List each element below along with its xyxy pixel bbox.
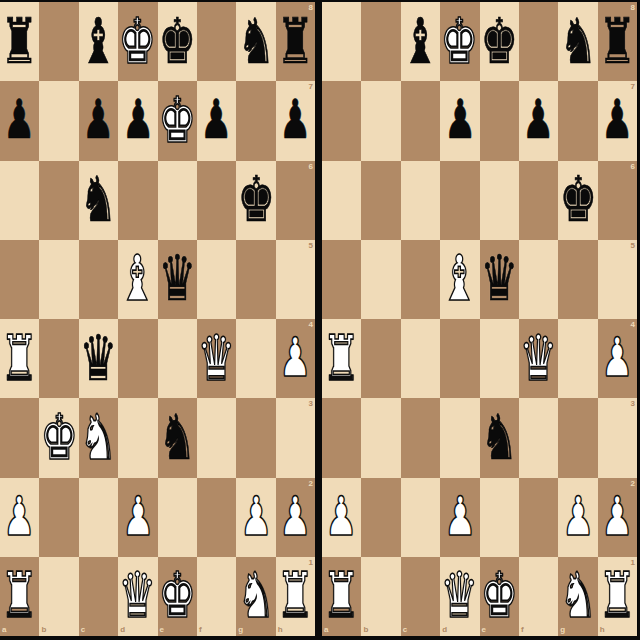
- square-a8[interactable]: [322, 2, 361, 81]
- piece-black-pawn[interactable]: ♟: [122, 93, 154, 147]
- square-d8[interactable]: ♚: [440, 2, 479, 81]
- piece-black-pawn[interactable]: ♟: [200, 93, 232, 147]
- square-f5[interactable]: [519, 240, 558, 319]
- square-g5[interactable]: [236, 240, 275, 319]
- piece-white-rook[interactable]: ♜: [598, 564, 636, 627]
- square-d7[interactable]: ♟: [440, 81, 479, 160]
- square-f5[interactable]: [197, 240, 236, 319]
- square-g8[interactable]: ♞: [558, 2, 597, 81]
- square-f4[interactable]: ♛: [197, 319, 236, 398]
- square-e7[interactable]: [480, 81, 519, 160]
- piece-white-pawn[interactable]: ♟: [122, 489, 154, 543]
- square-c5[interactable]: [79, 240, 118, 319]
- square-e6[interactable]: [480, 161, 519, 240]
- square-h2[interactable]: ♟2: [598, 478, 637, 557]
- square-d6[interactable]: [118, 161, 157, 240]
- square-c7[interactable]: ♟: [79, 81, 118, 160]
- square-c2[interactable]: [401, 478, 440, 557]
- square-d4[interactable]: [118, 319, 157, 398]
- square-e1[interactable]: ♚e: [158, 557, 197, 636]
- square-g3[interactable]: [236, 398, 275, 477]
- piece-white-king[interactable]: ♚: [40, 406, 78, 469]
- square-e4[interactable]: [158, 319, 197, 398]
- piece-white-queen[interactable]: ♛: [198, 326, 236, 389]
- square-b7[interactable]: [39, 81, 78, 160]
- square-h5[interactable]: 5: [598, 240, 637, 319]
- square-f8[interactable]: [519, 2, 558, 81]
- piece-white-pawn[interactable]: ♟: [562, 489, 594, 543]
- square-h7[interactable]: ♟7: [598, 81, 637, 160]
- square-b4[interactable]: [39, 319, 78, 398]
- square-g1[interactable]: ♞g: [236, 557, 275, 636]
- square-g5[interactable]: [558, 240, 597, 319]
- square-a4[interactable]: ♜: [0, 319, 39, 398]
- piece-white-queen[interactable]: ♛: [520, 326, 558, 389]
- square-b4[interactable]: [361, 319, 400, 398]
- square-c6[interactable]: ♞: [79, 161, 118, 240]
- piece-black-pawn[interactable]: ♟: [3, 93, 35, 147]
- square-f1[interactable]: f: [519, 557, 558, 636]
- file-label-b: b: [41, 626, 46, 634]
- square-h8[interactable]: ♜8: [598, 2, 637, 81]
- square-d1[interactable]: ♛d: [118, 557, 157, 636]
- square-d8[interactable]: ♚: [118, 2, 157, 81]
- piece-black-rook[interactable]: ♜: [276, 9, 314, 72]
- square-e5[interactable]: ♛: [480, 240, 519, 319]
- piece-black-pawn[interactable]: ♟: [82, 93, 114, 147]
- square-b3[interactable]: ♚: [39, 398, 78, 477]
- piece-white-king[interactable]: ♚: [480, 564, 518, 627]
- square-d4[interactable]: [440, 319, 479, 398]
- square-b5[interactable]: [39, 240, 78, 319]
- square-g4[interactable]: [236, 319, 275, 398]
- square-a5[interactable]: [0, 240, 39, 319]
- square-h3[interactable]: 3: [598, 398, 637, 477]
- piece-white-pawn[interactable]: ♟: [279, 331, 311, 385]
- square-c1[interactable]: c: [79, 557, 118, 636]
- square-b2[interactable]: [39, 478, 78, 557]
- square-f3[interactable]: [519, 398, 558, 477]
- square-g8[interactable]: ♞: [236, 2, 275, 81]
- piece-black-king[interactable]: ♚: [237, 168, 275, 231]
- square-d1[interactable]: ♛d: [440, 557, 479, 636]
- piece-black-knight[interactable]: ♞: [80, 168, 118, 231]
- square-e3[interactable]: ♞: [158, 398, 197, 477]
- rank-label-5: 5: [631, 242, 635, 250]
- two-board-stage: ♜♝♚♚♞♜8♟♟♟♚♟♟7♞♚6♝♛5♜♛♛♟4♚♞♞3♟♟♟♟2♜abc♛d…: [0, 0, 640, 640]
- square-g6[interactable]: ♚: [558, 161, 597, 240]
- square-f4[interactable]: ♛: [519, 319, 558, 398]
- square-c3[interactable]: ♞: [79, 398, 118, 477]
- square-e5[interactable]: ♛: [158, 240, 197, 319]
- square-b5[interactable]: [361, 240, 400, 319]
- piece-white-knight[interactable]: ♞: [80, 406, 118, 469]
- square-e1[interactable]: ♚e: [480, 557, 519, 636]
- piece-black-pawn[interactable]: ♟: [522, 93, 554, 147]
- square-a7[interactable]: [322, 81, 361, 160]
- square-e7[interactable]: ♚: [158, 81, 197, 160]
- piece-black-knight[interactable]: ♞: [559, 9, 597, 72]
- square-g6[interactable]: ♚: [236, 161, 275, 240]
- piece-white-queen[interactable]: ♛: [441, 564, 479, 627]
- square-e4[interactable]: [480, 319, 519, 398]
- square-a3[interactable]: [322, 398, 361, 477]
- square-h6[interactable]: 6: [598, 161, 637, 240]
- square-c1[interactable]: c: [401, 557, 440, 636]
- rank-label-3: 3: [631, 400, 635, 408]
- square-d2[interactable]: ♟: [118, 478, 157, 557]
- square-b6[interactable]: [361, 161, 400, 240]
- square-c6[interactable]: [401, 161, 440, 240]
- square-c8[interactable]: ♝: [79, 2, 118, 81]
- piece-white-king[interactable]: ♚: [119, 9, 157, 72]
- square-a1[interactable]: ♜a: [322, 557, 361, 636]
- piece-white-rook[interactable]: ♜: [323, 564, 361, 627]
- square-e8[interactable]: ♚: [158, 2, 197, 81]
- square-a7[interactable]: ♟: [0, 81, 39, 160]
- square-g7[interactable]: [236, 81, 275, 160]
- chess-board-right: ♝♚♚♞♜8♟♟♟7♚6♝♛5♜♛♟4♞3♟♟♟♟2♜abc♛d♚ef♞g♜1h: [322, 2, 637, 636]
- square-c4[interactable]: ♛: [79, 319, 118, 398]
- piece-black-bishop[interactable]: ♝: [80, 9, 118, 72]
- piece-white-rook[interactable]: ♜: [1, 564, 39, 627]
- square-g3[interactable]: [558, 398, 597, 477]
- square-a1[interactable]: ♜a: [0, 557, 39, 636]
- square-h5[interactable]: 5: [276, 240, 315, 319]
- square-a5[interactable]: [322, 240, 361, 319]
- piece-white-king[interactable]: ♚: [441, 9, 479, 72]
- file-label-b: b: [363, 626, 368, 634]
- square-d3[interactable]: [118, 398, 157, 477]
- square-f7[interactable]: ♟: [197, 81, 236, 160]
- square-a6[interactable]: [0, 161, 39, 240]
- square-h1[interactable]: ♜1h: [598, 557, 637, 636]
- piece-white-pawn[interactable]: ♟: [325, 489, 357, 543]
- square-g2[interactable]: ♟: [558, 478, 597, 557]
- square-h6[interactable]: 6: [276, 161, 315, 240]
- square-f6[interactable]: [197, 161, 236, 240]
- square-b6[interactable]: [39, 161, 78, 240]
- piece-white-pawn[interactable]: ♟: [279, 489, 311, 543]
- square-g2[interactable]: ♟: [236, 478, 275, 557]
- piece-white-bishop[interactable]: ♝: [119, 247, 157, 310]
- square-f2[interactable]: [197, 478, 236, 557]
- piece-black-king[interactable]: ♚: [559, 168, 597, 231]
- piece-white-king[interactable]: ♚: [158, 89, 196, 152]
- square-a8[interactable]: ♜: [0, 2, 39, 81]
- piece-black-king[interactable]: ♚: [158, 9, 196, 72]
- piece-white-king[interactable]: ♚: [158, 564, 196, 627]
- piece-white-rook[interactable]: ♜: [1, 326, 39, 389]
- square-e2[interactable]: [480, 478, 519, 557]
- rank-label-6: 6: [631, 163, 635, 171]
- piece-white-pawn[interactable]: ♟: [444, 489, 476, 543]
- square-h2[interactable]: ♟2: [276, 478, 315, 557]
- piece-black-pawn[interactable]: ♟: [444, 93, 476, 147]
- square-d5[interactable]: ♝: [118, 240, 157, 319]
- square-d5[interactable]: ♝: [440, 240, 479, 319]
- rank-label-6: 6: [309, 163, 313, 171]
- square-c7[interactable]: [401, 81, 440, 160]
- piece-white-pawn[interactable]: ♟: [601, 331, 633, 385]
- square-g7[interactable]: [558, 81, 597, 160]
- piece-white-knight[interactable]: ♞: [237, 564, 275, 627]
- piece-black-pawn[interactable]: ♟: [279, 93, 311, 147]
- square-b7[interactable]: [361, 81, 400, 160]
- piece-black-knight[interactable]: ♞: [158, 406, 196, 469]
- piece-black-rook[interactable]: ♜: [1, 9, 39, 72]
- square-f8[interactable]: [197, 2, 236, 81]
- piece-black-pawn[interactable]: ♟: [601, 93, 633, 147]
- square-f2[interactable]: [519, 478, 558, 557]
- square-e8[interactable]: ♚: [480, 2, 519, 81]
- file-label-c: c: [81, 626, 85, 634]
- piece-white-rook[interactable]: ♜: [276, 564, 314, 627]
- square-h8[interactable]: ♜8: [276, 2, 315, 81]
- square-b8[interactable]: [39, 2, 78, 81]
- square-e6[interactable]: [158, 161, 197, 240]
- piece-black-rook[interactable]: ♜: [598, 9, 636, 72]
- piece-black-queen[interactable]: ♛: [480, 247, 518, 310]
- square-d3[interactable]: [440, 398, 479, 477]
- piece-white-pawn[interactable]: ♟: [240, 489, 272, 543]
- piece-white-pawn[interactable]: ♟: [3, 489, 35, 543]
- piece-black-queen[interactable]: ♛: [80, 326, 118, 389]
- piece-black-queen[interactable]: ♛: [158, 247, 196, 310]
- square-h3[interactable]: 3: [276, 398, 315, 477]
- piece-black-knight[interactable]: ♞: [480, 406, 518, 469]
- square-d6[interactable]: [440, 161, 479, 240]
- square-e3[interactable]: ♞: [480, 398, 519, 477]
- file-label-f: f: [199, 626, 202, 634]
- piece-white-pawn[interactable]: ♟: [601, 489, 633, 543]
- square-h4[interactable]: ♟4: [598, 319, 637, 398]
- square-f7[interactable]: ♟: [519, 81, 558, 160]
- square-f1[interactable]: f: [197, 557, 236, 636]
- bottom-border: [0, 636, 640, 640]
- file-label-c: c: [403, 626, 407, 634]
- piece-white-rook[interactable]: ♜: [323, 326, 361, 389]
- rank-label-3: 3: [309, 400, 313, 408]
- square-c8[interactable]: ♝: [401, 2, 440, 81]
- square-d2[interactable]: ♟: [440, 478, 479, 557]
- file-label-f: f: [521, 626, 524, 634]
- square-c4[interactable]: [401, 319, 440, 398]
- square-c5[interactable]: [401, 240, 440, 319]
- square-a2[interactable]: ♟: [0, 478, 39, 557]
- piece-white-queen[interactable]: ♛: [119, 564, 157, 627]
- square-e2[interactable]: [158, 478, 197, 557]
- piece-white-bishop[interactable]: ♝: [441, 247, 479, 310]
- rank-label-5: 5: [309, 242, 313, 250]
- square-c2[interactable]: [79, 478, 118, 557]
- square-b2[interactable]: [361, 478, 400, 557]
- board-divider: [315, 0, 322, 640]
- square-f3[interactable]: [197, 398, 236, 477]
- top-border: [0, 0, 640, 2]
- piece-black-king[interactable]: ♚: [480, 9, 518, 72]
- square-c3[interactable]: [401, 398, 440, 477]
- square-d7[interactable]: ♟: [118, 81, 157, 160]
- square-b1[interactable]: b: [361, 557, 400, 636]
- square-f6[interactable]: [519, 161, 558, 240]
- square-b1[interactable]: b: [39, 557, 78, 636]
- square-h7[interactable]: ♟7: [276, 81, 315, 160]
- square-h4[interactable]: ♟4: [276, 319, 315, 398]
- piece-white-knight[interactable]: ♞: [559, 564, 597, 627]
- square-b8[interactable]: [361, 2, 400, 81]
- square-g1[interactable]: ♞g: [558, 557, 597, 636]
- square-a6[interactable]: [322, 161, 361, 240]
- piece-black-bishop[interactable]: ♝: [402, 9, 440, 72]
- chess-board-left: ♜♝♚♚♞♜8♟♟♟♚♟♟7♞♚6♝♛5♜♛♛♟4♚♞♞3♟♟♟♟2♜abc♛d…: [0, 2, 315, 636]
- square-a4[interactable]: ♜: [322, 319, 361, 398]
- square-h1[interactable]: ♜1h: [276, 557, 315, 636]
- piece-black-knight[interactable]: ♞: [237, 9, 275, 72]
- square-b3[interactable]: [361, 398, 400, 477]
- square-a3[interactable]: [0, 398, 39, 477]
- square-a2[interactable]: ♟: [322, 478, 361, 557]
- square-g4[interactable]: [558, 319, 597, 398]
